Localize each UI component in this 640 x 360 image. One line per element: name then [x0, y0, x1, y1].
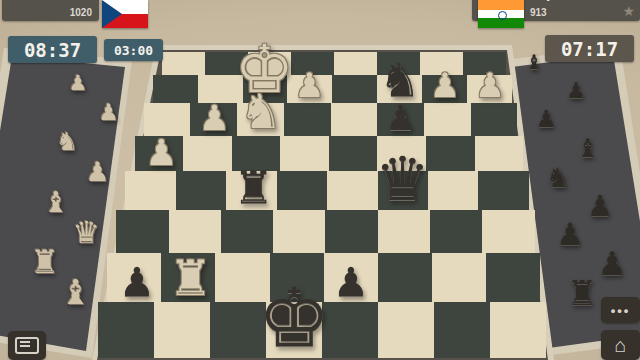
- square-h2[interactable]: [153, 75, 198, 103]
- square-d1[interactable]: [334, 52, 377, 75]
- captured-white-queen: ♛: [73, 217, 100, 248]
- india-flag-icon: [478, 0, 524, 28]
- square-g8[interactable]: [154, 302, 210, 358]
- square-b4[interactable]: [426, 136, 475, 171]
- piece-white-rook-g7[interactable]: ♜: [169, 254, 212, 302]
- player-left-rating: 1020: [70, 7, 92, 18]
- captured-black-bishop: ♝: [525, 52, 543, 72]
- square-g5[interactable]: [176, 171, 226, 210]
- captured-black-pawn: ♟: [556, 220, 584, 251]
- square-h6[interactable]: [116, 210, 168, 253]
- captured-black-pawn: ♟: [587, 192, 613, 221]
- piece-white-pawn-g3[interactable]: ♟: [199, 101, 230, 136]
- square-c7[interactable]: [378, 253, 432, 302]
- game-screen: ♚♞♜♟♟♟♟♟♚♛♜♞♟♟♟ ♟♟♞♟♝♛♜♝♝♟♟♝♞♟♟♟♜ TESSMA…: [0, 0, 640, 360]
- square-e6[interactable]: [273, 210, 325, 253]
- captured-black-pawn: ♟: [566, 80, 586, 102]
- chat-button[interactable]: [8, 331, 46, 360]
- square-b6[interactable]: [430, 210, 482, 253]
- player-left-clock: 08:37: [8, 36, 97, 63]
- piece-black-knight-c2[interactable]: ♞: [379, 57, 421, 103]
- piece-black-pawn-d7[interactable]: ♟: [333, 262, 369, 302]
- square-a7[interactable]: [486, 253, 540, 302]
- piece-white-pawn-e2[interactable]: ♟: [294, 69, 324, 103]
- square-h5[interactable]: [125, 171, 175, 210]
- piece-black-queen-c5[interactable]: ♛: [375, 149, 429, 210]
- star-icon: ★: [622, 3, 635, 19]
- captured-white-bishop: ♝: [60, 275, 91, 309]
- captured-black-pawn: ♟: [597, 248, 626, 281]
- player-right-rating: 913: [530, 7, 547, 18]
- captured-white-knight: ♞: [56, 130, 78, 155]
- captured-white-pawn: ♟: [69, 72, 88, 93]
- square-g4[interactable]: [183, 136, 232, 171]
- square-a6[interactable]: [482, 210, 534, 253]
- piece-black-king-e8[interactable]: ♚: [258, 277, 331, 358]
- square-c6[interactable]: [378, 210, 430, 253]
- move-timer: 03:00: [104, 39, 163, 61]
- square-h8[interactable]: [98, 302, 154, 358]
- piece-black-pawn-c3[interactable]: ♟: [385, 101, 416, 136]
- square-d6[interactable]: [325, 210, 377, 253]
- captured-black-pawn: ♟: [535, 108, 556, 132]
- captured-black-bishop: ♝: [577, 136, 600, 161]
- captured-white-bishop: ♝: [43, 188, 69, 217]
- square-d5[interactable]: [327, 171, 377, 210]
- captured-white-pawn: ♟: [98, 101, 119, 124]
- czech-flag-icon: [102, 0, 148, 28]
- piece-white-pawn-b2[interactable]: ♟: [430, 69, 460, 103]
- square-d3[interactable]: [331, 103, 378, 136]
- player-right-clock: 07:17: [545, 35, 634, 62]
- captured-black-knight: ♞: [546, 164, 570, 191]
- captured-white-pawn: ♟: [86, 159, 110, 186]
- captured-white-rook: ♜: [30, 246, 59, 278]
- square-b3[interactable]: [424, 103, 471, 136]
- square-g6[interactable]: [169, 210, 221, 253]
- square-a8[interactable]: [490, 302, 546, 358]
- square-e4[interactable]: [280, 136, 329, 171]
- player-left-name: TESSMAYBETTY1910: [8, 0, 93, 1]
- square-a4[interactable]: [475, 136, 524, 171]
- home-button[interactable]: ⌂: [601, 330, 640, 360]
- player-right-name: Player 382: [530, 0, 634, 1]
- square-e3[interactable]: [284, 103, 331, 136]
- square-c8[interactable]: [378, 302, 434, 358]
- square-b8[interactable]: [434, 302, 490, 358]
- square-e5[interactable]: [277, 171, 327, 210]
- square-h1[interactable]: [162, 52, 205, 75]
- square-b7[interactable]: [432, 253, 486, 302]
- square-b5[interactable]: [428, 171, 478, 210]
- square-a5[interactable]: [478, 171, 528, 210]
- square-a3[interactable]: [471, 103, 518, 136]
- piece-black-pawn-h7[interactable]: ♟: [119, 262, 155, 302]
- player-badge-left[interactable]: TESSMAYBETTY1910 1020: [2, 0, 99, 21]
- piece-white-pawn-h4[interactable]: ♟: [145, 135, 177, 171]
- piece-white-pawn-a2[interactable]: ♟: [475, 69, 505, 103]
- square-f6[interactable]: [221, 210, 273, 253]
- square-d4[interactable]: [329, 136, 378, 171]
- square-d2[interactable]: [332, 75, 377, 103]
- captured-black-rook: ♜: [567, 276, 598, 310]
- chat-bubble-icon: [15, 337, 39, 354]
- piece-white-knight-f3[interactable]: ♞: [240, 88, 283, 136]
- more-options-button[interactable]: •••: [601, 297, 640, 323]
- piece-black-rook-f5[interactable]: ♜: [233, 165, 273, 210]
